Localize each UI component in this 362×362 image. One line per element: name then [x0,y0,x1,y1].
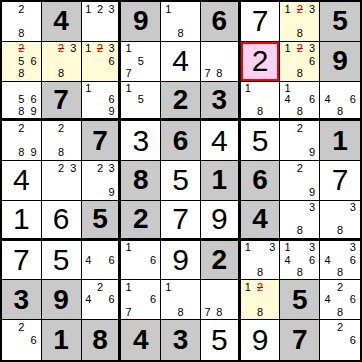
cell-value: 4 [252,205,268,233]
candidate-6: 6 [28,94,40,106]
cell-r5c1[interactable]: 4 [2,161,42,201]
cell-r4c3[interactable]: 7 [82,121,122,161]
cell-value: 7 [13,245,30,275]
cell-r3c6[interactable]: 3 [201,82,241,122]
pencil-marks: 18 [161,2,200,41]
pencil-marks: 1236 [82,42,119,81]
candidate-8: 8 [213,67,225,79]
cell-r9c4[interactable]: 4 [121,320,161,360]
pencil-marks: 15 [121,82,160,119]
cell-r1c6[interactable]: 6 [201,2,241,42]
cell-value: 4 [133,326,149,354]
cell-r9c5[interactable]: 3 [161,320,201,360]
candidate-4: 4 [321,254,334,266]
candidate-3: 3 [346,242,359,254]
pencil-marks: 138 [241,241,280,280]
candidate-7: 7 [122,67,134,79]
candidate-3: 3 [67,162,79,174]
candidate-8: 8 [254,266,266,278]
pencil-marks: 169 [82,82,119,119]
cell-r3c2[interactable]: 7 [42,82,82,122]
candidate-1: 1 [162,281,174,293]
cell-r7c5[interactable]: 9 [161,241,201,281]
pencil-marks: 13468 [280,241,319,280]
pencil-marks: 246 [82,280,119,319]
cell-value: 4 [53,7,69,35]
candidate-2: 2 [294,43,306,55]
cell-r4c4[interactable]: 3 [121,121,161,161]
cell-r1c2[interactable]: 4 [42,2,82,42]
candidate-9: 9 [306,187,318,199]
candidate-1: 1 [281,3,293,15]
cell-r7c4[interactable]: 16 [121,241,161,281]
cell-r6c6[interactable]: 9 [201,201,241,241]
cell-r2c4[interactable]: 157 [121,42,161,82]
candidate-8: 8 [334,225,347,237]
cell-r7c3[interactable]: 46 [82,241,122,281]
candidate-2: 2 [94,162,106,174]
pencil-marks: 2468 [320,280,360,319]
candidate-3: 3 [106,43,118,55]
cell-r3c3[interactable]: 169 [82,82,122,122]
candidate-8: 8 [213,306,225,318]
cell-r4c6[interactable]: 4 [201,121,241,161]
pencil-marks: 1238 [280,2,319,41]
cell-value: 2 [211,246,227,274]
candidate-5: 5 [15,55,27,67]
candidate-5: 5 [135,55,147,67]
cell-r4c1[interactable]: 289 [2,121,42,161]
candidate-8: 8 [55,147,67,159]
candidate-2: 2 [15,122,27,134]
cell-r6c3[interactable]: 5 [82,201,122,241]
cell-r3c5[interactable]: 2 [161,82,201,122]
candidate-6: 6 [346,94,359,106]
candidate-1: 1 [122,281,134,293]
candidate-8: 8 [294,28,306,40]
cell-r8c2[interactable]: 9 [42,280,82,320]
pencil-marks: 78 [201,280,238,319]
candidate-6: 6 [346,254,359,266]
candidate-1: 1 [122,43,134,55]
cell-r6c1[interactable]: 1 [2,201,42,241]
candidate-9: 9 [306,147,318,159]
candidate-8: 8 [254,106,266,118]
cell-r1c5[interactable]: 18 [161,2,201,42]
candidate-8: 8 [334,106,347,118]
candidate-8: 8 [254,306,266,318]
cell-r9c6[interactable]: 5 [201,320,241,360]
candidate-7: 7 [202,306,214,318]
candidate-3: 3 [106,162,118,174]
cell-value: 2 [133,205,149,233]
candidate-3: 3 [306,242,318,254]
candidate-6: 6 [106,55,118,67]
cell-r8c4[interactable]: 167 [121,280,161,320]
candidate-1: 1 [242,83,254,95]
candidate-9: 9 [28,147,40,159]
pencil-marks: 46 [82,241,119,280]
cell-r1c7[interactable]: 7 [241,2,281,42]
candidate-8: 8 [15,147,27,159]
cell-value: 7 [252,6,269,36]
pencil-marks: 2568 [2,42,41,81]
pencil-marks: 29 [280,121,319,160]
cell-r3c9[interactable]: 468 [320,82,360,122]
cell-value: 5 [211,325,228,355]
candidate-6: 6 [306,254,318,266]
candidate-1: 1 [242,281,254,293]
candidate-2: 2 [294,162,306,174]
cell-value: 1 [211,166,227,194]
cell-value: 5 [172,165,189,195]
pencil-marks: 238 [42,42,81,81]
candidate-3: 3 [306,43,318,55]
candidate-7: 7 [122,306,134,318]
cell-r6c7[interactable]: 4 [241,201,281,241]
cell-r8c9[interactable]: 2468 [320,280,360,320]
cell-r8c8[interactable]: 5 [280,280,320,320]
cell-r7c8[interactable]: 13468 [280,241,320,281]
cell-value: 3 [132,126,149,156]
cell-r1c1[interactable]: 28 [2,2,42,42]
cell-value: 2 [173,86,189,114]
candidate-8: 8 [15,67,27,79]
pencil-marks: 38 [280,201,319,238]
cell-r4c8[interactable]: 29 [280,121,320,161]
pencil-marks: 28 [42,121,81,160]
cell-r1c8[interactable]: 1238 [280,2,320,42]
cell-value: 4 [211,126,228,156]
pencil-marks: 23 [42,161,81,200]
cell-r9c1[interactable]: 26 [2,320,42,360]
cell-r6c5[interactable]: 7 [161,201,201,241]
cell-r5c9[interactable]: 7 [320,161,360,201]
candidate-2: 2 [55,43,67,55]
candidate-6: 6 [346,334,359,347]
cell-r4c5[interactable]: 6 [161,121,201,161]
pencil-marks: 123 [82,2,119,41]
cell-r8c3[interactable]: 246 [82,280,122,320]
cell-value: 3 [173,326,189,354]
pencil-marks: 239 [82,161,119,200]
candidate-2: 2 [334,321,347,334]
pencil-marks: 128 [241,280,280,319]
cell-r6c9[interactable]: 38 [320,201,360,241]
candidate-6: 6 [346,294,359,306]
cell-r6c8[interactable]: 38 [280,201,320,241]
cell-value: 9 [332,47,348,75]
cell-value: 7 [92,127,108,155]
cell-r1c9[interactable]: 5 [320,2,360,42]
pencil-marks: 28 [2,2,41,41]
candidate-4: 4 [83,294,95,306]
cell-r1c3[interactable]: 123 [82,2,122,42]
candidate-8: 8 [15,28,27,40]
cell-r7c1[interactable]: 7 [2,241,42,281]
cell-r9c3[interactable]: 8 [82,320,122,360]
cell-r8c6[interactable]: 78 [201,280,241,320]
cell-r2c7[interactable]: 2 [241,42,281,82]
pencil-marks: 289 [2,121,41,160]
candidate-8: 8 [294,106,306,118]
candidate-6: 6 [28,55,40,67]
cell-r2c3[interactable]: 1236 [82,42,122,82]
cell-r3c8[interactable]: 1468 [280,82,320,122]
candidate-3: 3 [67,43,79,55]
cell-r9c9[interactable]: 26 [320,320,360,360]
cell-value: 5 [252,126,269,156]
candidate-4: 4 [83,254,95,266]
candidate-7: 7 [202,67,214,79]
candidate-6: 6 [147,254,159,266]
cell-value: 3 [211,86,227,114]
cell-r3c4[interactable]: 15 [121,82,161,122]
cell-r8c5[interactable]: 18 [161,280,201,320]
cell-r6c2[interactable]: 6 [42,201,82,241]
cell-r5c8[interactable]: 29 [280,161,320,201]
candidate-9: 9 [106,106,118,118]
candidate-1: 1 [83,83,95,95]
cell-r7c2[interactable]: 5 [42,241,82,281]
candidate-6: 6 [147,294,159,306]
cell-r9c2[interactable]: 1 [42,320,82,360]
cell-r2c9[interactable]: 9 [320,42,360,82]
cell-r9c7[interactable]: 9 [241,320,281,360]
pencil-marks: 26 [320,320,360,360]
candidate-8: 8 [55,67,67,79]
candidate-1: 1 [281,43,293,55]
cell-r4c7[interactable]: 5 [241,121,281,161]
cell-r7c6[interactable]: 2 [201,241,241,281]
pencil-marks: 78 [201,42,238,81]
candidate-6: 6 [106,294,118,306]
candidate-2: 2 [254,281,266,293]
cell-r2c2[interactable]: 238 [42,42,82,82]
cell-value: 9 [211,204,228,234]
pencil-marks: 468 [320,82,360,119]
pencil-marks: 167 [121,280,160,319]
cell-r4c2[interactable]: 28 [42,121,82,161]
cell-value: 9 [172,245,189,275]
candidate-3: 3 [346,202,359,214]
candidate-1: 1 [122,242,134,254]
candidate-1: 1 [122,83,134,95]
candidate-3: 3 [266,242,278,254]
cell-r5c7[interactable]: 6 [241,161,281,201]
cell-value: 8 [92,326,108,354]
candidate-2: 2 [334,281,347,293]
candidate-2: 2 [15,321,27,334]
pencil-marks: 1468 [280,82,319,119]
cell-r6c4[interactable]: 2 [121,201,161,241]
pencil-marks: 26 [2,320,41,360]
candidate-1: 1 [281,83,293,95]
cell-value: 5 [53,245,70,275]
candidate-8: 8 [294,266,306,278]
sudoku-board: 2841239186712385256823812361574782123689… [0,0,362,362]
candidate-2: 2 [94,3,106,15]
pencil-marks: 18 [241,82,280,119]
pencil-marks: 18 [161,280,200,319]
candidate-2: 2 [94,43,106,55]
candidate-2: 2 [94,281,106,293]
cell-value: 5 [92,205,108,233]
candidate-2: 2 [294,3,306,15]
pencil-marks: 12368 [280,42,319,81]
cell-value: 7 [332,165,349,195]
cell-r2c8[interactable]: 12368 [280,42,320,82]
cell-value: 7 [53,86,69,114]
cell-r8c7[interactable]: 128 [241,280,281,320]
cell-r3c7[interactable]: 18 [241,82,281,122]
pencil-marks: 157 [121,42,160,81]
cell-value: 4 [172,46,189,76]
candidate-6: 6 [28,334,40,347]
cell-r5c4[interactable]: 8 [121,161,161,201]
cell-value: 8 [133,166,149,194]
cell-value: 5 [292,286,308,314]
candidate-1: 1 [281,242,293,254]
cell-value: 1 [53,326,69,354]
candidate-4: 4 [281,94,293,106]
cell-r2c6[interactable]: 78 [201,42,241,82]
candidate-8: 8 [294,67,306,79]
cell-r2c5[interactable]: 4 [161,42,201,82]
candidate-4: 4 [321,294,334,306]
cell-r4c9[interactable]: 1 [320,121,360,161]
cell-r9c8[interactable]: 7 [280,320,320,360]
candidate-9: 9 [106,187,118,199]
candidate-6: 6 [306,94,318,106]
cell-r8c1[interactable]: 3 [2,280,42,320]
candidate-2: 2 [294,122,306,134]
cell-r7c9[interactable]: 3468 [320,241,360,281]
candidate-2: 2 [55,122,67,134]
candidate-2: 2 [15,3,27,15]
cell-r7c7[interactable]: 138 [241,241,281,281]
candidate-8: 8 [294,225,306,237]
pencil-marks: 3468 [320,241,360,280]
candidate-3: 3 [106,3,118,15]
cell-value: 5 [332,7,348,35]
candidate-5: 5 [15,94,27,106]
cell-value: 3 [14,286,30,314]
candidate-1: 1 [83,43,95,55]
cell-r5c5[interactable]: 5 [161,161,201,201]
cell-value: 9 [53,286,69,314]
candidate-8: 8 [334,266,347,278]
cell-value: 6 [53,204,70,234]
candidate-8: 8 [174,306,186,318]
cell-value: 7 [172,204,189,234]
candidate-9: 9 [28,106,40,118]
cell-r3c1[interactable]: 5689 [2,82,42,122]
cell-value: 9 [252,325,269,355]
candidate-5: 5 [135,94,147,106]
candidate-8: 8 [174,28,186,40]
candidate-1: 1 [162,3,174,15]
candidate-4: 4 [321,94,334,106]
pencil-marks: 5689 [2,82,41,119]
cell-value: 6 [211,7,227,35]
candidate-2: 2 [55,162,67,174]
candidate-1: 1 [83,3,95,15]
pencil-marks: 38 [320,201,360,238]
cell-r2c1[interactable]: 2568 [2,42,42,82]
candidate-6: 6 [106,94,118,106]
pencil-marks: 29 [280,161,319,200]
candidate-3: 3 [306,202,318,214]
candidate-8: 8 [334,306,347,318]
cell-value: 7 [292,326,308,354]
cell-r5c6[interactable]: 1 [201,161,241,201]
cell-value: 1 [332,127,348,155]
cell-value: 9 [133,7,149,35]
cell-value: 2 [252,46,269,76]
candidate-2: 2 [15,43,27,55]
cell-value: 6 [173,127,189,155]
cell-value: 1 [13,204,30,234]
candidate-6: 6 [106,254,118,266]
candidate-4: 4 [281,254,293,266]
cell-r5c3[interactable]: 239 [82,161,122,201]
cell-value: 6 [252,166,268,194]
cell-r5c2[interactable]: 23 [42,161,82,201]
cell-r1c4[interactable]: 9 [121,2,161,42]
candidate-1: 1 [242,242,254,254]
candidate-6: 6 [306,55,318,67]
candidate-3: 3 [306,3,318,15]
candidate-8: 8 [15,106,27,118]
cell-value: 4 [13,165,30,195]
pencil-marks: 16 [121,241,160,280]
